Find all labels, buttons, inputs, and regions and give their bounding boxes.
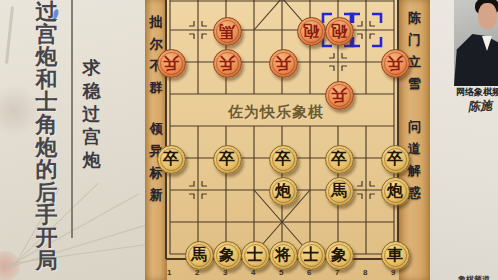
- vertical-char: 领: [145, 118, 167, 140]
- piece-glyph: 炮: [387, 183, 403, 199]
- vertical-char: 局: [33, 250, 60, 273]
- piece-black-elephant[interactable]: 象: [213, 241, 242, 270]
- piece-glyph: 卒: [163, 151, 179, 167]
- piece-glyph: 兵: [219, 55, 235, 71]
- vertical-char: 新: [145, 184, 167, 206]
- piece-glyph: 馬: [331, 183, 347, 199]
- piece-glyph: 卒: [387, 151, 403, 167]
- piece-glyph: 馬: [219, 23, 235, 39]
- column-divider: [71, 0, 73, 238]
- vertical-char: 门: [399, 29, 430, 51]
- lesson-subtitle: 求稳过宫炮: [79, 57, 104, 172]
- piece-black-cannon[interactable]: 炮: [269, 177, 298, 206]
- piece-black-pawn[interactable]: 卒: [213, 145, 242, 174]
- piece-black-cannon[interactable]: 炮: [381, 177, 410, 206]
- piece-black-advisor[interactable]: 士: [297, 241, 326, 270]
- vertical-char: 和: [33, 69, 60, 92]
- vertical-char: 过: [33, 1, 60, 24]
- footer-cut-text: 象棋频道: [458, 274, 490, 280]
- piece-glyph: 兵: [331, 87, 347, 103]
- piece-glyph: 砲: [331, 23, 347, 39]
- title-panel: 过宫炮和士角炮的后手开局 求稳过宫炮: [0, 0, 145, 280]
- piece-glyph: 馬: [191, 247, 207, 263]
- piece-glyph: 士: [247, 247, 263, 263]
- piece-glyph: 卒: [275, 151, 291, 167]
- vertical-char: 的: [33, 159, 60, 182]
- vertical-char: 后: [33, 182, 60, 205]
- piece-glyph: 車: [387, 247, 403, 263]
- piece-black-pawn[interactable]: 卒: [157, 145, 186, 174]
- fan-line-decoration: [4, 218, 145, 269]
- piece-glyph: 炮: [275, 183, 291, 199]
- vertical-char: 求: [79, 57, 104, 80]
- piece-glyph: 兵: [387, 55, 403, 71]
- piece-glyph: 象: [331, 247, 347, 263]
- board-left-wood-strip: 拙尔不群 领异标新: [145, 0, 167, 280]
- channel-caption: 网络象棋频道: [456, 86, 498, 97]
- piece-black-general[interactable]: 将: [269, 241, 298, 270]
- vertical-char: 拙: [145, 11, 167, 33]
- vertical-char: 开: [33, 227, 60, 250]
- vertical-char: 雪: [399, 73, 430, 95]
- piece-red-cannon[interactable]: 砲: [297, 17, 326, 46]
- vertical-char: 问: [399, 116, 430, 138]
- presenter-signature: 陈施: [467, 97, 492, 116]
- vertical-char: 炮: [79, 149, 104, 172]
- board-right-wood-strip: 陈门立雪 问道解惑: [399, 0, 430, 280]
- vertical-char: 士: [33, 91, 60, 114]
- piece-glyph: 卒: [331, 151, 347, 167]
- piece-glyph: 兵: [163, 55, 179, 71]
- piece-glyph: 兵: [275, 55, 291, 71]
- piece-red-pawn[interactable]: 兵: [325, 81, 354, 110]
- piece-black-pawn[interactable]: 卒: [325, 145, 354, 174]
- piece-black-horse[interactable]: 馬: [325, 177, 354, 206]
- sketch-decoration: [5, 6, 14, 64]
- piece-red-horse[interactable]: 馬: [213, 17, 242, 46]
- vertical-char: 稳: [79, 80, 104, 103]
- lesson-title: 过宫炮和士角炮的后手开局: [33, 1, 60, 272]
- vertical-char: 宫: [79, 126, 104, 149]
- file-number: 1: [167, 268, 171, 277]
- piece-red-pawn[interactable]: 兵: [381, 49, 410, 78]
- piece-red-pawn[interactable]: 兵: [157, 49, 186, 78]
- presenter-panel: 网络象棋频道 陈施 象棋频道: [430, 0, 498, 280]
- portrait-face: [478, 3, 497, 29]
- piece-black-pawn[interactable]: 卒: [381, 145, 410, 174]
- vertical-char: 炮: [33, 46, 60, 69]
- piece-glyph: 砲: [303, 23, 319, 39]
- piece-black-pawn[interactable]: 卒: [269, 145, 298, 174]
- piece-glyph: 象: [219, 247, 235, 263]
- vertical-char: 群: [145, 77, 167, 99]
- xiangqi-board[interactable]: [167, 0, 399, 280]
- file-number: 8: [363, 268, 367, 277]
- portrait-suit: [454, 34, 498, 86]
- piece-black-chariot[interactable]: 車: [381, 241, 410, 270]
- piece-glyph: 卒: [219, 151, 235, 167]
- piece-glyph: 士: [303, 247, 319, 263]
- presenter-portrait-photo: [454, 0, 498, 86]
- piece-red-cannon[interactable]: 砲: [325, 17, 354, 46]
- video-frame: 过宫炮和士角炮的后手开局 求稳过宫炮 拙尔不群 领异标新 陈门立雪 问道解惑 佐…: [0, 0, 498, 280]
- vertical-char: 手: [33, 204, 60, 227]
- vertical-char: 炮: [33, 137, 60, 160]
- piece-black-horse[interactable]: 馬: [185, 241, 214, 270]
- piece-black-elephant[interactable]: 象: [325, 241, 354, 270]
- vertical-char: 陈: [399, 7, 430, 29]
- piece-red-pawn[interactable]: 兵: [269, 49, 298, 78]
- piece-red-pawn[interactable]: 兵: [213, 49, 242, 78]
- piece-glyph: 将: [275, 247, 291, 263]
- vertical-char: 角: [33, 114, 60, 137]
- vertical-char: 过: [79, 103, 104, 126]
- vertical-char: 宫: [33, 24, 60, 47]
- piece-black-advisor[interactable]: 士: [241, 241, 270, 270]
